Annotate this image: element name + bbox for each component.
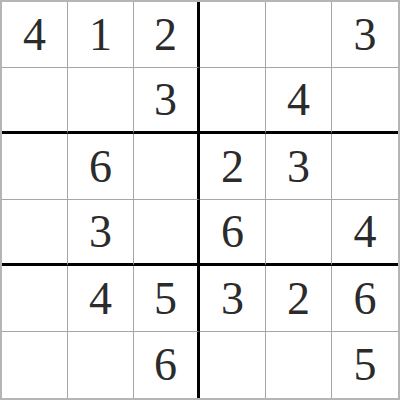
cell-r4c4[interactable]: 6 [200, 200, 266, 266]
cell-r1c4[interactable] [200, 2, 266, 68]
cell-r4c6[interactable]: 4 [332, 200, 398, 266]
cell-r2c3[interactable]: 3 [134, 68, 200, 134]
cell-r6c5[interactable] [266, 332, 332, 398]
cell-r1c2[interactable]: 1 [68, 2, 134, 68]
cell-r5c2[interactable]: 4 [68, 266, 134, 332]
cell-r6c6[interactable]: 5 [332, 332, 398, 398]
cell-r6c4[interactable] [200, 332, 266, 398]
cell-r6c1[interactable] [2, 332, 68, 398]
cell-r2c4[interactable] [200, 68, 266, 134]
cell-r4c3[interactable] [134, 200, 200, 266]
cell-r3c1[interactable] [2, 134, 68, 200]
cell-r3c5[interactable]: 3 [266, 134, 332, 200]
cell-r5c6[interactable]: 6 [332, 266, 398, 332]
cell-r5c1[interactable] [2, 266, 68, 332]
cell-r3c6[interactable] [332, 134, 398, 200]
cell-r5c5[interactable]: 2 [266, 266, 332, 332]
cell-r2c1[interactable] [2, 68, 68, 134]
cell-r3c3[interactable] [134, 134, 200, 200]
cell-r1c3[interactable]: 2 [134, 2, 200, 68]
sudoku-board: 4123346233644532665 [0, 0, 400, 400]
cell-r2c2[interactable] [68, 68, 134, 134]
cell-r4c2[interactable]: 3 [68, 200, 134, 266]
cell-r3c2[interactable]: 6 [68, 134, 134, 200]
cell-r6c3[interactable]: 6 [134, 332, 200, 398]
cell-r1c6[interactable]: 3 [332, 2, 398, 68]
cell-r6c2[interactable] [68, 332, 134, 398]
cell-r4c1[interactable] [2, 200, 68, 266]
cell-r1c1[interactable]: 4 [2, 2, 68, 68]
cell-r2c5[interactable]: 4 [266, 68, 332, 134]
cell-r1c5[interactable] [266, 2, 332, 68]
cell-r4c5[interactable] [266, 200, 332, 266]
cell-r2c6[interactable] [332, 68, 398, 134]
cell-r5c4[interactable]: 3 [200, 266, 266, 332]
cell-r5c3[interactable]: 5 [134, 266, 200, 332]
cell-r3c4[interactable]: 2 [200, 134, 266, 200]
